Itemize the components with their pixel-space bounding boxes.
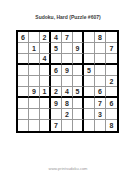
cell-r6c5: 4 [62, 87, 73, 98]
footer-url: www.printsudoku.com [0, 166, 136, 171]
cell-r8c5: 2 [62, 109, 73, 120]
cell-r1c4: 4 [51, 32, 62, 43]
cell-r5c5 [62, 76, 73, 87]
cell-r6c8: 6 [95, 87, 106, 98]
cell-r1c7 [84, 32, 95, 43]
cell-r7c8: 7 [95, 98, 106, 109]
cell-r8c9 [106, 109, 117, 120]
cell-r4c9 [106, 65, 117, 76]
cell-r6c6: 5 [73, 87, 84, 98]
cell-r5c4 [51, 76, 62, 87]
cell-r9c8 [95, 120, 106, 131]
cell-r3c8 [95, 54, 106, 65]
cell-r7c6 [73, 98, 84, 109]
cell-r3c2 [29, 54, 40, 65]
cell-r2c5 [62, 43, 73, 54]
cell-r8c6 [73, 109, 84, 120]
cell-r2c2: 1 [29, 43, 40, 54]
cell-r6c3: 1 [40, 87, 51, 98]
page-title: Sudoku, Hard (Puzzle #607) [0, 14, 136, 20]
cell-r3c4 [51, 54, 62, 65]
cell-r9c9: 8 [106, 120, 117, 131]
cell-r4c7: 5 [84, 65, 95, 76]
cell-r2c8 [95, 43, 106, 54]
cell-r8c8: 3 [95, 109, 106, 120]
cell-r9c1 [18, 120, 29, 131]
cell-r3c5 [62, 54, 73, 65]
cell-r7c2 [29, 98, 40, 109]
cell-r7c7 [84, 98, 95, 109]
cell-r3c6 [73, 54, 84, 65]
cell-r4c2 [29, 65, 40, 76]
cell-r1c1: 6 [18, 32, 29, 43]
cell-r6c1 [18, 87, 29, 98]
cell-r8c7 [84, 109, 95, 120]
cell-r9c2 [29, 120, 40, 131]
cell-r1c3: 2 [40, 32, 51, 43]
cell-r4c6 [73, 65, 84, 76]
cell-r6c9 [106, 87, 117, 98]
cell-r3c9 [106, 54, 117, 65]
cell-r1c6 [73, 32, 84, 43]
cell-r6c4: 2 [51, 87, 62, 98]
cell-r9c6 [73, 120, 84, 131]
cell-r7c5: 8 [62, 98, 73, 109]
cell-r6c7 [84, 87, 95, 98]
sudoku-board: 6247815974695291245698762378 [16, 30, 119, 133]
cell-r4c4: 6 [51, 65, 62, 76]
cell-r4c1 [18, 65, 29, 76]
cell-r3c7 [84, 54, 95, 65]
cell-r5c3 [40, 76, 51, 87]
cell-r2c4: 5 [51, 43, 62, 54]
cell-r9c4: 7 [51, 120, 62, 131]
cell-r7c9: 6 [106, 98, 117, 109]
cell-r8c1 [18, 109, 29, 120]
cell-r3c3: 4 [40, 54, 51, 65]
cell-r9c5 [62, 120, 73, 131]
cell-r5c9: 2 [106, 76, 117, 87]
cell-r5c6 [73, 76, 84, 87]
cell-r5c1 [18, 76, 29, 87]
cell-r7c1 [18, 98, 29, 109]
cell-r2c9: 7 [106, 43, 117, 54]
cell-r2c1 [18, 43, 29, 54]
cell-r1c2 [29, 32, 40, 43]
cell-r1c8: 8 [95, 32, 106, 43]
cell-r5c2 [29, 76, 40, 87]
cell-r7c3 [40, 98, 51, 109]
cell-r2c6: 9 [73, 43, 84, 54]
cell-r1c9 [106, 32, 117, 43]
cell-r5c7 [84, 76, 95, 87]
cell-r8c2 [29, 109, 40, 120]
cell-r8c3 [40, 109, 51, 120]
cell-r3c1 [18, 54, 29, 65]
cell-r2c3 [40, 43, 51, 54]
cell-r6c2: 9 [29, 87, 40, 98]
cell-r4c3 [40, 65, 51, 76]
cell-r7c4: 9 [51, 98, 62, 109]
cell-r5c8 [95, 76, 106, 87]
puzzle-page: Sudoku, Hard (Puzzle #607) 6247815974695… [0, 0, 136, 176]
cell-r2c7 [84, 43, 95, 54]
cell-r1c5: 7 [62, 32, 73, 43]
cell-r9c7 [84, 120, 95, 131]
cell-r9c3 [40, 120, 51, 131]
cell-r4c8 [95, 65, 106, 76]
cell-r4c5: 9 [62, 65, 73, 76]
cell-r8c4 [51, 109, 62, 120]
